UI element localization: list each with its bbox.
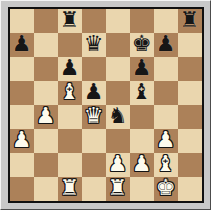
square-g6[interactable] [154,57,178,81]
piece-white-pawn[interactable]: ♟ [132,152,152,176]
square-g7[interactable]: ♟ [154,33,178,57]
square-b5[interactable] [34,81,58,105]
square-c6[interactable]: ♟ [58,57,82,81]
square-e7[interactable] [106,33,130,57]
square-a6[interactable] [10,57,34,81]
square-h4[interactable] [178,105,202,129]
square-g3[interactable]: ♟ [154,129,178,153]
square-b7[interactable] [34,33,58,57]
square-h5[interactable] [178,81,202,105]
square-e5[interactable] [106,81,130,105]
piece-black-pawn[interactable]: ♟ [84,80,104,104]
square-b4[interactable]: ♟ [34,105,58,129]
square-c3[interactable] [58,129,82,153]
square-h3[interactable] [178,129,202,153]
square-f6[interactable]: ♟ [130,57,154,81]
square-d3[interactable] [82,129,106,153]
square-a8[interactable] [10,9,34,33]
square-h2[interactable] [178,153,202,177]
square-c7[interactable] [58,33,82,57]
square-a3[interactable]: ♟ [10,129,34,153]
square-g2[interactable]: ♝ [154,153,178,177]
square-f2[interactable]: ♟ [130,153,154,177]
square-c2[interactable] [58,153,82,177]
piece-white-rook[interactable]: ♜ [60,176,80,200]
piece-black-pawn[interactable]: ♟ [156,32,176,56]
piece-white-king[interactable]: ♚ [156,176,176,200]
square-f1[interactable] [130,177,154,201]
square-e2[interactable]: ♟ [106,153,130,177]
square-f5[interactable]: ♝ [130,81,154,105]
piece-white-rook[interactable]: ♜ [108,176,128,200]
square-a7[interactable]: ♟ [10,33,34,57]
square-d8[interactable] [82,9,106,33]
piece-white-bishop[interactable]: ♝ [60,80,80,104]
square-c8[interactable]: ♜ [58,9,82,33]
chess-board: ♜♜♟♛♚♟♟♟♝♟♝♟♛♞♟♟♟♟♝♜♜♚ [10,9,202,201]
square-h7[interactable] [178,33,202,57]
square-e1[interactable]: ♜ [106,177,130,201]
square-f4[interactable] [130,105,154,129]
board-panel: ♜♜♟♛♚♟♟♟♝♟♝♟♛♞♟♟♟♟♝♜♜♚ [0,0,211,210]
piece-black-rook[interactable]: ♜ [180,8,200,32]
piece-black-pawn[interactable]: ♟ [132,56,152,80]
piece-black-king[interactable]: ♚ [132,32,152,56]
square-e3[interactable] [106,129,130,153]
square-f7[interactable]: ♚ [130,33,154,57]
piece-black-pawn[interactable]: ♟ [60,56,80,80]
square-h1[interactable] [178,177,202,201]
square-g1[interactable]: ♚ [154,177,178,201]
piece-white-pawn[interactable]: ♟ [12,128,32,152]
square-h6[interactable] [178,57,202,81]
square-e6[interactable] [106,57,130,81]
piece-black-pawn[interactable]: ♟ [12,32,32,56]
square-e4[interactable]: ♞ [106,105,130,129]
square-d1[interactable] [82,177,106,201]
square-h8[interactable]: ♜ [178,9,202,33]
square-d5[interactable]: ♟ [82,81,106,105]
square-b8[interactable] [34,9,58,33]
square-d7[interactable]: ♛ [82,33,106,57]
square-a4[interactable] [10,105,34,129]
square-g8[interactable] [154,9,178,33]
piece-white-pawn[interactable]: ♟ [108,152,128,176]
square-e8[interactable] [106,9,130,33]
square-a5[interactable] [10,81,34,105]
piece-black-rook[interactable]: ♜ [60,8,80,32]
piece-white-pawn[interactable]: ♟ [36,104,56,128]
square-b1[interactable] [34,177,58,201]
board-frame: ♜♜♟♛♚♟♟♟♝♟♝♟♛♞♟♟♟♟♝♜♜♚ [8,7,204,203]
square-c5[interactable]: ♝ [58,81,82,105]
square-f8[interactable] [130,9,154,33]
square-d4[interactable]: ♛ [82,105,106,129]
square-b3[interactable] [34,129,58,153]
square-f3[interactable] [130,129,154,153]
square-d6[interactable] [82,57,106,81]
piece-white-queen[interactable]: ♛ [84,104,104,128]
square-d2[interactable] [82,153,106,177]
square-c4[interactable] [58,105,82,129]
piece-black-queen[interactable]: ♛ [84,32,104,56]
square-g5[interactable] [154,81,178,105]
square-b6[interactable] [34,57,58,81]
piece-black-bishop[interactable]: ♝ [132,80,152,104]
square-c1[interactable]: ♜ [58,177,82,201]
square-a1[interactable] [10,177,34,201]
square-g4[interactable] [154,105,178,129]
piece-black-knight[interactable]: ♞ [108,104,128,128]
square-b2[interactable] [34,153,58,177]
square-a2[interactable] [10,153,34,177]
piece-white-pawn[interactable]: ♟ [156,128,176,152]
piece-white-bishop[interactable]: ♝ [156,152,176,176]
